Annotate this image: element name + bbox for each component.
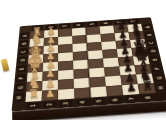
file-label-tile: G <box>15 83 26 92</box>
square-h8: ♜ <box>138 83 156 94</box>
square-d7: ♟ <box>117 48 133 57</box>
square-d8: ♛ <box>131 47 147 56</box>
chess-board: 12345678 12345678 ABCDEFGH ABCDEFGH ♜♟♟♜… <box>12 17 166 111</box>
scene-perspective: 12345678 12345678 ABCDEFGH ABCDEFGH ♜♟♟♜… <box>0 0 166 120</box>
square-d3 <box>58 52 73 62</box>
square-c2: ♟ <box>43 45 58 54</box>
file-label-tile: A <box>20 32 30 39</box>
file-label-tile: F <box>15 73 26 82</box>
square-h2: ♟ <box>42 90 58 101</box>
file-label-tile: B <box>144 31 155 38</box>
square-g7: ♟ <box>120 74 137 85</box>
file-label-tile: F <box>151 64 163 73</box>
file-label-tile: H <box>14 93 25 103</box>
square-f1: ♝ <box>27 72 43 82</box>
file-label-tile: D <box>147 47 159 55</box>
file-label-tile: H <box>155 83 166 92</box>
file-label-tile: G <box>153 73 165 82</box>
file-label-tile: E <box>149 55 161 63</box>
square-d5 <box>87 50 103 60</box>
square-h5 <box>90 86 107 97</box>
square-h7: ♟ <box>122 84 140 95</box>
scene-tilt: 12345678 12345678 ABCDEFGH ABCDEFGH ♜♟♟♜… <box>0 0 166 120</box>
chess-set-photo: 12345678 12345678 ABCDEFGH ABCDEFGH ♜♟♟♜… <box>0 0 166 120</box>
square-h3 <box>58 89 74 100</box>
square-g6 <box>105 76 122 87</box>
file-label-tile: D <box>17 56 28 64</box>
file-label-tile: E <box>16 64 27 72</box>
square-g8: ♞ <box>136 73 154 84</box>
file-label-tile: A <box>142 23 153 30</box>
square-h6 <box>106 85 123 96</box>
file-label-tile: C <box>18 48 28 56</box>
square-d2: ♟ <box>43 53 58 63</box>
square-h1: ♜ <box>25 91 42 102</box>
file-label-tile: C <box>145 39 156 47</box>
square-f7: ♟ <box>119 65 136 75</box>
file-label-tile: B <box>19 40 29 48</box>
